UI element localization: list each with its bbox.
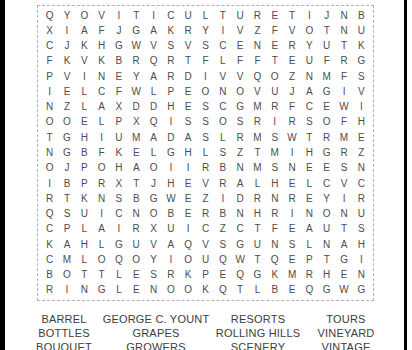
grid-cell-r13c4[interactable]: N [93, 191, 110, 206]
grid-cell-r17c1[interactable]: C [41, 252, 58, 267]
grid-cell-r1c16[interactable]: I [301, 8, 318, 23]
grid-cell-r11c15[interactable]: N [283, 161, 300, 176]
grid-cell-r15c11[interactable]: Z [214, 222, 231, 237]
grid-cell-r7c17[interactable]: E [318, 100, 335, 115]
grid-cell-r13c7[interactable]: G [145, 191, 162, 206]
grid-cell-r2c10[interactable]: Y [197, 23, 214, 38]
grid-cell-r4c4[interactable]: K [93, 54, 110, 69]
grid-cell-r10c19[interactable]: Z [353, 145, 370, 160]
grid-cell-r13c2[interactable]: T [58, 191, 75, 206]
grid-cell-r3c15[interactable]: R [283, 39, 300, 54]
grid-cell-r3c10[interactable]: S [197, 39, 214, 54]
grid-cell-r17c8[interactable]: I [162, 252, 179, 267]
grid-cell-r3c5[interactable]: G [110, 39, 127, 54]
grid-cell-r5c12[interactable]: V [231, 69, 248, 84]
grid-cell-r2c16[interactable]: O [301, 23, 318, 38]
grid-cell-r19c8[interactable]: O [162, 283, 179, 298]
grid-cell-r14c17[interactable]: O [318, 206, 335, 221]
grid-cell-r2c9[interactable]: R [180, 23, 197, 38]
grid-cell-r14c5[interactable]: C [110, 206, 127, 221]
grid-cell-r6c13[interactable]: V [249, 84, 266, 99]
grid-cell-r10c16[interactable]: H [301, 145, 318, 160]
grid-cell-r5c15[interactable]: Z [283, 69, 300, 84]
grid-cell-r16c2[interactable]: A [58, 237, 75, 252]
grid-cell-r8c19[interactable]: H [353, 115, 370, 130]
grid-cell-r19c11[interactable]: Q [214, 283, 231, 298]
grid-cell-r10c15[interactable]: I [283, 145, 300, 160]
grid-cell-r17c19[interactable]: I [353, 252, 370, 267]
grid-cell-r4c17[interactable]: F [318, 54, 335, 69]
grid-cell-r17c13[interactable]: T [249, 252, 266, 267]
grid-cell-r13c9[interactable]: E [180, 191, 197, 206]
grid-cell-r15c7[interactable]: X [145, 222, 162, 237]
grid-cell-r18c12[interactable]: Q [231, 267, 248, 282]
grid-cell-r3c4[interactable]: H [93, 39, 110, 54]
grid-cell-r8c4[interactable]: L [93, 115, 110, 130]
grid-cell-r16c12[interactable]: G [231, 237, 248, 252]
grid-cell-r5c14[interactable]: O [266, 69, 283, 84]
grid-cell-r18c3[interactable]: T [76, 267, 93, 282]
grid-cell-r5c18[interactable]: F [335, 69, 352, 84]
grid-cell-r4c18[interactable]: R [335, 54, 352, 69]
grid-cell-r8c2[interactable]: O [58, 115, 75, 130]
grid-cell-r12c15[interactable]: E [283, 176, 300, 191]
grid-cell-r2c19[interactable]: U [353, 23, 370, 38]
grid-cell-r2c15[interactable]: V [283, 23, 300, 38]
grid-cell-r10c13[interactable]: T [249, 145, 266, 160]
grid-cell-r7c15[interactable]: F [283, 100, 300, 115]
grid-cell-r8c1[interactable]: O [41, 115, 58, 130]
grid-cell-r18c19[interactable]: N [353, 267, 370, 282]
grid-cell-r16c9[interactable]: Q [180, 237, 197, 252]
grid-cell-r18c4[interactable]: T [93, 267, 110, 282]
grid-cell-r5c10[interactable]: I [197, 69, 214, 84]
grid-cell-r3c13[interactable]: N [249, 39, 266, 54]
grid-cell-r7c1[interactable]: N [41, 100, 58, 115]
grid-cell-r17c6[interactable]: O [128, 252, 145, 267]
grid-cell-r18c10[interactable]: P [197, 267, 214, 282]
grid-cell-r19c10[interactable]: K [197, 283, 214, 298]
grid-cell-r9c12[interactable]: R [231, 130, 248, 145]
grid-cell-r10c3[interactable]: B [76, 145, 93, 160]
grid-cell-r11c7[interactable]: O [145, 161, 162, 176]
grid-cell-r11c8[interactable]: I [162, 161, 179, 176]
grid-cell-r14c18[interactable]: N [335, 206, 352, 221]
grid-cell-r1c14[interactable]: E [266, 8, 283, 23]
grid-cell-r4c5[interactable]: B [110, 54, 127, 69]
grid-cell-r1c10[interactable]: L [197, 8, 214, 23]
grid-cell-r18c8[interactable]: R [162, 267, 179, 282]
grid-cell-r16c4[interactable]: L [93, 237, 110, 252]
grid-cell-r6c8[interactable]: P [162, 84, 179, 99]
grid-cell-r12c10[interactable]: V [197, 176, 214, 191]
grid-cell-r7c8[interactable]: H [162, 100, 179, 115]
grid-cell-r3c12[interactable]: E [231, 39, 248, 54]
grid-cell-r13c5[interactable]: S [110, 191, 127, 206]
grid-cell-r13c1[interactable]: R [41, 191, 58, 206]
grid-cell-r4c19[interactable]: G [353, 54, 370, 69]
grid-cell-r7c3[interactable]: L [76, 100, 93, 115]
grid-cell-r8c5[interactable]: P [110, 115, 127, 130]
grid-cell-r5c16[interactable]: N [301, 69, 318, 84]
grid-cell-r16c13[interactable]: U [249, 237, 266, 252]
grid-cell-r19c19[interactable]: G [353, 283, 370, 298]
grid-cell-r7c11[interactable]: C [214, 100, 231, 115]
grid-cell-r5c3[interactable]: I [76, 69, 93, 84]
grid-cell-r6c12[interactable]: O [231, 84, 248, 99]
grid-cell-r7c2[interactable]: Z [58, 100, 75, 115]
grid-cell-r17c5[interactable]: Q [110, 252, 127, 267]
grid-cell-r14c7[interactable]: O [145, 206, 162, 221]
grid-cell-r18c18[interactable]: E [335, 267, 352, 282]
grid-cell-r15c2[interactable]: P [58, 222, 75, 237]
grid-cell-r14c14[interactable]: R [266, 206, 283, 221]
grid-cell-r8c11[interactable]: O [214, 115, 231, 130]
grid-cell-r11c9[interactable]: I [180, 161, 197, 176]
grid-cell-r19c5[interactable]: L [110, 283, 127, 298]
grid-cell-r19c6[interactable]: E [128, 283, 145, 298]
grid-cell-r9c1[interactable]: T [41, 130, 58, 145]
grid-cell-r19c14[interactable]: B [266, 283, 283, 298]
grid-cell-r5c9[interactable]: D [180, 69, 197, 84]
grid-cell-r15c16[interactable]: A [301, 222, 318, 237]
grid-cell-r4c10[interactable]: F [197, 54, 214, 69]
grid-cell-r1c5[interactable]: I [110, 8, 127, 23]
grid-cell-r2c8[interactable]: K [162, 23, 179, 38]
grid-cell-r18c2[interactable]: O [58, 267, 75, 282]
grid-cell-r1c9[interactable]: U [180, 8, 197, 23]
grid-cell-r8c18[interactable]: F [335, 115, 352, 130]
grid-cell-r18c13[interactable]: G [249, 267, 266, 282]
grid-cell-r14c19[interactable]: U [353, 206, 370, 221]
grid-cell-r17c18[interactable]: G [335, 252, 352, 267]
grid-cell-r15c12[interactable]: C [231, 222, 248, 237]
grid-cell-r9c15[interactable]: W [283, 130, 300, 145]
grid-cell-r16c14[interactable]: N [266, 237, 283, 252]
grid-cell-r16c6[interactable]: U [128, 237, 145, 252]
grid-cell-r5c13[interactable]: Q [249, 69, 266, 84]
grid-cell-r15c13[interactable]: T [249, 222, 266, 237]
grid-cell-r18c7[interactable]: S [145, 267, 162, 282]
grid-cell-r19c3[interactable]: N [76, 283, 93, 298]
grid-cell-r4c13[interactable]: F [249, 54, 266, 69]
grid-cell-r5c4[interactable]: N [93, 69, 110, 84]
grid-cell-r3c7[interactable]: V [145, 39, 162, 54]
grid-cell-r12c5[interactable]: X [110, 176, 127, 191]
grid-cell-r14c4[interactable]: I [93, 206, 110, 221]
grid-cell-r5c6[interactable]: Y [128, 69, 145, 84]
grid-cell-r9c4[interactable]: I [93, 130, 110, 145]
grid-cell-r15c17[interactable]: U [318, 222, 335, 237]
grid-cell-r3c8[interactable]: S [162, 39, 179, 54]
grid-cell-r15c9[interactable]: I [180, 222, 197, 237]
grid-cell-r9c18[interactable]: M [335, 130, 352, 145]
grid-cell-r16c19[interactable]: H [353, 237, 370, 252]
grid-cell-r11c18[interactable]: S [335, 161, 352, 176]
grid-cell-r16c18[interactable]: A [335, 237, 352, 252]
grid-cell-r12c1[interactable]: I [41, 176, 58, 191]
grid-cell-r2c12[interactable]: V [231, 23, 248, 38]
grid-cell-r8c9[interactable]: S [180, 115, 197, 130]
grid-cell-r13c18[interactable]: I [335, 191, 352, 206]
grid-cell-r3c2[interactable]: J [58, 39, 75, 54]
grid-cell-r12c12[interactable]: A [231, 176, 248, 191]
grid-cell-r15c10[interactable]: C [197, 222, 214, 237]
grid-cell-r5c2[interactable]: V [58, 69, 75, 84]
grid-cell-r7c7[interactable]: D [145, 100, 162, 115]
grid-cell-r17c10[interactable]: U [197, 252, 214, 267]
grid-cell-r11c4[interactable]: O [93, 161, 110, 176]
grid-cell-r17c7[interactable]: Y [145, 252, 162, 267]
grid-cell-r1c12[interactable]: U [231, 8, 248, 23]
grid-cell-r13c6[interactable]: B [128, 191, 145, 206]
grid-cell-r9c17[interactable]: R [318, 130, 335, 145]
grid-cell-r9c7[interactable]: A [145, 130, 162, 145]
grid-cell-r13c16[interactable]: E [301, 191, 318, 206]
grid-cell-r6c17[interactable]: G [318, 84, 335, 99]
grid-cell-r6c14[interactable]: U [266, 84, 283, 99]
grid-cell-r10c2[interactable]: G [58, 145, 75, 160]
grid-cell-r10c14[interactable]: M [266, 145, 283, 160]
grid-cell-r11c1[interactable]: O [41, 161, 58, 176]
grid-cell-r4c12[interactable]: F [231, 54, 248, 69]
grid-cell-r10c7[interactable]: L [145, 145, 162, 160]
grid-cell-r8c14[interactable]: I [266, 115, 283, 130]
grid-cell-r3c1[interactable]: C [41, 39, 58, 54]
grid-cell-r13c14[interactable]: N [266, 191, 283, 206]
grid-cell-r5c11[interactable]: V [214, 69, 231, 84]
grid-cell-r16c10[interactable]: V [197, 237, 214, 252]
grid-cell-r19c4[interactable]: G [93, 283, 110, 298]
grid-cell-r13c8[interactable]: W [162, 191, 179, 206]
grid-cell-r16c15[interactable]: S [283, 237, 300, 252]
grid-cell-r8c10[interactable]: S [197, 115, 214, 130]
grid-cell-r7c19[interactable]: I [353, 100, 370, 115]
grid-cell-r12c19[interactable]: C [353, 176, 370, 191]
grid-cell-r8c17[interactable]: O [318, 115, 335, 130]
grid-cell-r9c2[interactable]: G [58, 130, 75, 145]
grid-cell-r8c12[interactable]: S [231, 115, 248, 130]
grid-cell-r2c14[interactable]: F [266, 23, 283, 38]
grid-cell-r5c5[interactable]: E [110, 69, 127, 84]
grid-cell-r9c6[interactable]: M [128, 130, 145, 145]
grid-cell-r19c7[interactable]: N [145, 283, 162, 298]
grid-cell-r15c15[interactable]: E [283, 222, 300, 237]
grid-cell-r15c19[interactable]: S [353, 222, 370, 237]
grid-cell-r9c5[interactable]: U [110, 130, 127, 145]
grid-cell-r10c5[interactable]: K [110, 145, 127, 160]
grid-cell-r2c3[interactable]: A [76, 23, 93, 38]
grid-cell-r14c11[interactable]: B [214, 206, 231, 221]
grid-cell-r7c9[interactable]: E [180, 100, 197, 115]
grid-cell-r6c19[interactable]: V [353, 84, 370, 99]
grid-cell-r16c3[interactable]: H [76, 237, 93, 252]
grid-cell-r14c6[interactable]: N [128, 206, 145, 221]
grid-cell-r6c16[interactable]: A [301, 84, 318, 99]
grid-cell-r1c6[interactable]: T [128, 8, 145, 23]
grid-cell-r8c13[interactable]: R [249, 115, 266, 130]
grid-cell-r4c8[interactable]: R [162, 54, 179, 69]
grid-cell-r14c9[interactable]: E [180, 206, 197, 221]
grid-cell-r18c15[interactable]: M [283, 267, 300, 282]
grid-cell-r3c18[interactable]: T [335, 39, 352, 54]
grid-cell-r9c10[interactable]: S [197, 130, 214, 145]
grid-cell-r4c14[interactable]: T [266, 54, 283, 69]
grid-cell-r12c2[interactable]: B [58, 176, 75, 191]
grid-cell-r15c14[interactable]: F [266, 222, 283, 237]
grid-cell-r10c8[interactable]: G [162, 145, 179, 160]
grid-cell-r2c4[interactable]: F [93, 23, 110, 38]
grid-cell-r3c11[interactable]: C [214, 39, 231, 54]
grid-cell-r19c1[interactable]: R [41, 283, 58, 298]
grid-cell-r12c14[interactable]: H [266, 176, 283, 191]
grid-cell-r16c11[interactable]: S [214, 237, 231, 252]
grid-cell-r11c12[interactable]: N [231, 161, 248, 176]
grid-cell-r1c8[interactable]: C [162, 8, 179, 23]
grid-cell-r3c14[interactable]: E [266, 39, 283, 54]
grid-cell-r11c17[interactable]: E [318, 161, 335, 176]
grid-cell-r6c6[interactable]: W [128, 84, 145, 99]
grid-cell-r14c8[interactable]: B [162, 206, 179, 221]
grid-cell-r15c18[interactable]: T [335, 222, 352, 237]
grid-cell-r12c8[interactable]: H [162, 176, 179, 191]
grid-cell-r11c2[interactable]: J [58, 161, 75, 176]
grid-cell-r2c11[interactable]: I [214, 23, 231, 38]
grid-cell-r13c11[interactable]: I [214, 191, 231, 206]
grid-cell-r2c5[interactable]: J [110, 23, 127, 38]
grid-cell-r16c1[interactable]: K [41, 237, 58, 252]
grid-cell-r6c10[interactable]: O [197, 84, 214, 99]
grid-cell-r1c7[interactable]: I [145, 8, 162, 23]
grid-cell-r7c12[interactable]: G [231, 100, 248, 115]
grid-cell-r10c10[interactable]: L [197, 145, 214, 160]
grid-cell-r16c8[interactable]: A [162, 237, 179, 252]
grid-cell-r11c11[interactable]: B [214, 161, 231, 176]
grid-cell-r10c11[interactable]: S [214, 145, 231, 160]
grid-cell-r4c1[interactable]: F [41, 54, 58, 69]
grid-cell-r4c2[interactable]: K [58, 54, 75, 69]
grid-cell-r13c12[interactable]: D [231, 191, 248, 206]
grid-cell-r3c9[interactable]: V [180, 39, 197, 54]
grid-cell-r7c18[interactable]: W [335, 100, 352, 115]
grid-cell-r3c6[interactable]: W [128, 39, 145, 54]
grid-cell-r15c5[interactable]: I [110, 222, 127, 237]
grid-cell-r8c7[interactable]: Q [145, 115, 162, 130]
grid-cell-r5c17[interactable]: M [318, 69, 335, 84]
grid-cell-r18c6[interactable]: E [128, 267, 145, 282]
grid-cell-r17c15[interactable]: E [283, 252, 300, 267]
grid-cell-r9c8[interactable]: D [162, 130, 179, 145]
grid-cell-r4c3[interactable]: V [76, 54, 93, 69]
grid-cell-r10c18[interactable]: R [335, 145, 352, 160]
grid-cell-r7c13[interactable]: M [249, 100, 266, 115]
grid-cell-r18c14[interactable]: K [266, 267, 283, 282]
grid-cell-r10c4[interactable]: F [93, 145, 110, 160]
grid-cell-r14c13[interactable]: H [249, 206, 266, 221]
grid-cell-r15c6[interactable]: R [128, 222, 145, 237]
grid-cell-r2c7[interactable]: A [145, 23, 162, 38]
grid-cell-r12c18[interactable]: V [335, 176, 352, 191]
grid-cell-r19c12[interactable]: T [231, 283, 248, 298]
grid-cell-r17c9[interactable]: O [180, 252, 197, 267]
grid-cell-r10c6[interactable]: E [128, 145, 145, 160]
grid-cell-r17c11[interactable]: Q [214, 252, 231, 267]
grid-cell-r6c4[interactable]: C [93, 84, 110, 99]
grid-cell-r12c16[interactable]: L [301, 176, 318, 191]
grid-cell-r17c16[interactable]: P [301, 252, 318, 267]
grid-cell-r2c18[interactable]: N [335, 23, 352, 38]
grid-cell-r6c3[interactable]: L [76, 84, 93, 99]
grid-cell-r14c12[interactable]: N [231, 206, 248, 221]
grid-cell-r9c3[interactable]: H [76, 130, 93, 145]
grid-cell-r2c6[interactable]: G [128, 23, 145, 38]
grid-cell-r2c17[interactable]: T [318, 23, 335, 38]
grid-cell-r1c17[interactable]: J [318, 8, 335, 23]
grid-cell-r19c16[interactable]: Q [301, 283, 318, 298]
grid-cell-r11c5[interactable]: H [110, 161, 127, 176]
grid-cell-r3c16[interactable]: Y [301, 39, 318, 54]
grid-cell-r4c16[interactable]: U [301, 54, 318, 69]
grid-cell-r14c1[interactable]: Q [41, 206, 58, 221]
grid-cell-r14c2[interactable]: S [58, 206, 75, 221]
grid-cell-r5c8[interactable]: R [162, 69, 179, 84]
grid-cell-r4c15[interactable]: E [283, 54, 300, 69]
grid-cell-r19c18[interactable]: W [335, 283, 352, 298]
grid-cell-r4c7[interactable]: Q [145, 54, 162, 69]
grid-cell-r1c11[interactable]: T [214, 8, 231, 23]
grid-cell-r5c7[interactable]: A [145, 69, 162, 84]
grid-cell-r6c11[interactable]: N [214, 84, 231, 99]
grid-cell-r1c3[interactable]: O [76, 8, 93, 23]
grid-cell-r1c2[interactable]: Y [58, 8, 75, 23]
grid-cell-r13c3[interactable]: K [76, 191, 93, 206]
grid-cell-r19c2[interactable]: I [58, 283, 75, 298]
grid-cell-r13c15[interactable]: R [283, 191, 300, 206]
grid-cell-r15c4[interactable]: A [93, 222, 110, 237]
grid-cell-r14c15[interactable]: I [283, 206, 300, 221]
grid-cell-r15c8[interactable]: U [162, 222, 179, 237]
grid-cell-r13c17[interactable]: Y [318, 191, 335, 206]
grid-cell-r11c14[interactable]: S [266, 161, 283, 176]
grid-cell-r14c3[interactable]: U [76, 206, 93, 221]
grid-cell-r8c8[interactable]: I [162, 115, 179, 130]
grid-cell-r11c6[interactable]: A [128, 161, 145, 176]
grid-cell-r1c4[interactable]: V [93, 8, 110, 23]
grid-cell-r17c17[interactable]: T [318, 252, 335, 267]
grid-cell-r10c12[interactable]: Z [231, 145, 248, 160]
grid-cell-r3c17[interactable]: U [318, 39, 335, 54]
grid-cell-r8c15[interactable]: R [283, 115, 300, 130]
grid-cell-r9c13[interactable]: M [249, 130, 266, 145]
grid-cell-r11c19[interactable]: N [353, 161, 370, 176]
grid-cell-r19c9[interactable]: O [180, 283, 197, 298]
grid-cell-r6c15[interactable]: J [283, 84, 300, 99]
grid-cell-r9c9[interactable]: A [180, 130, 197, 145]
grid-cell-r15c1[interactable]: C [41, 222, 58, 237]
grid-cell-r12c17[interactable]: C [318, 176, 335, 191]
grid-cell-r12c11[interactable]: R [214, 176, 231, 191]
grid-cell-r3c19[interactable]: K [353, 39, 370, 54]
grid-cell-r11c16[interactable]: E [301, 161, 318, 176]
grid-cell-r4c9[interactable]: T [180, 54, 197, 69]
grid-cell-r17c12[interactable]: W [231, 252, 248, 267]
grid-cell-r9c14[interactable]: S [266, 130, 283, 145]
grid-cell-r7c10[interactable]: S [197, 100, 214, 115]
grid-cell-r18c1[interactable]: B [41, 267, 58, 282]
grid-cell-r6c7[interactable]: L [145, 84, 162, 99]
grid-cell-r17c14[interactable]: Q [266, 252, 283, 267]
grid-cell-r6c1[interactable]: I [41, 84, 58, 99]
